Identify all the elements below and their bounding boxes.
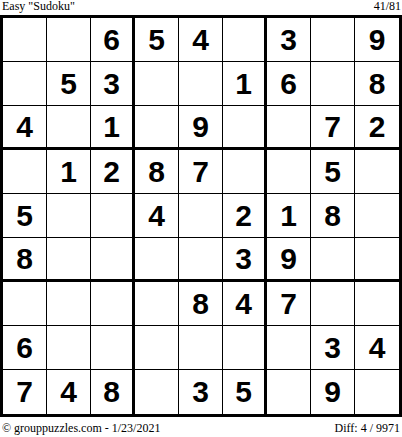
cell-r1c5[interactable]: 4: [179, 18, 223, 62]
cell-r4c2[interactable]: 1: [47, 150, 91, 194]
cell-r6c8[interactable]: [311, 238, 355, 282]
cell-r2c2[interactable]: 5: [47, 62, 91, 106]
cell-r7c5[interactable]: 8: [179, 282, 223, 326]
cell-r2c7[interactable]: 6: [267, 62, 311, 106]
cell-r7c2[interactable]: [47, 282, 91, 326]
page-header: Easy "Sudoku" 41/81: [0, 0, 402, 15]
cell-r1c9[interactable]: 9: [355, 18, 399, 62]
cell-r6c7[interactable]: 9: [267, 238, 311, 282]
puzzle-title: Easy "Sudoku": [2, 0, 75, 14]
cell-r9c5[interactable]: 3: [179, 370, 223, 414]
cell-r4c6[interactable]: [223, 150, 267, 194]
cell-r8c8[interactable]: 3: [311, 326, 355, 370]
sudoku-page: Easy "Sudoku" 41/81 65439531684197212875…: [0, 0, 402, 437]
cell-r4c3[interactable]: 2: [91, 150, 135, 194]
cell-r7c8[interactable]: [311, 282, 355, 326]
difficulty-text: Diff: 4 / 9971: [335, 421, 400, 436]
cell-r8c5[interactable]: [179, 326, 223, 370]
cell-r3c2[interactable]: [47, 106, 91, 150]
cell-r6c4[interactable]: [135, 238, 179, 282]
cell-r4c5[interactable]: 7: [179, 150, 223, 194]
cell-r9c4[interactable]: [135, 370, 179, 414]
cell-r2c8[interactable]: [311, 62, 355, 106]
cell-r1c3[interactable]: 6: [91, 18, 135, 62]
cell-r6c9[interactable]: [355, 238, 399, 282]
cell-r5c4[interactable]: 4: [135, 194, 179, 238]
cell-r7c6[interactable]: 4: [223, 282, 267, 326]
cell-r6c3[interactable]: [91, 238, 135, 282]
cell-r5c1[interactable]: 5: [3, 194, 47, 238]
cell-r5c9[interactable]: [355, 194, 399, 238]
cell-r2c5[interactable]: [179, 62, 223, 106]
cell-r2c4[interactable]: [135, 62, 179, 106]
cell-r5c6[interactable]: 2: [223, 194, 267, 238]
cell-r8c4[interactable]: [135, 326, 179, 370]
cell-r8c6[interactable]: [223, 326, 267, 370]
cell-r1c8[interactable]: [311, 18, 355, 62]
cell-r1c1[interactable]: [3, 18, 47, 62]
copyright-text: © grouppuzzles.com - 1/23/2021: [2, 421, 160, 436]
cell-r9c9[interactable]: [355, 370, 399, 414]
cell-r3c8[interactable]: 7: [311, 106, 355, 150]
cell-r1c2[interactable]: [47, 18, 91, 62]
cell-r9c8[interactable]: 9: [311, 370, 355, 414]
cell-r4c9[interactable]: [355, 150, 399, 194]
cell-r3c3[interactable]: 1: [91, 106, 135, 150]
cell-r2c3[interactable]: 3: [91, 62, 135, 106]
cell-r7c4[interactable]: [135, 282, 179, 326]
cell-r9c2[interactable]: 4: [47, 370, 91, 414]
cell-r8c3[interactable]: [91, 326, 135, 370]
cell-r5c5[interactable]: [179, 194, 223, 238]
cell-r2c6[interactable]: 1: [223, 62, 267, 106]
cell-r8c2[interactable]: [47, 326, 91, 370]
cell-r2c1[interactable]: [3, 62, 47, 106]
cell-r6c6[interactable]: 3: [223, 238, 267, 282]
cell-r5c7[interactable]: 1: [267, 194, 311, 238]
cell-r7c1[interactable]: [3, 282, 47, 326]
cell-r8c9[interactable]: 4: [355, 326, 399, 370]
cell-r1c6[interactable]: [223, 18, 267, 62]
cell-r9c7[interactable]: [267, 370, 311, 414]
puzzle-counter: 41/81: [374, 0, 401, 14]
cell-r7c7[interactable]: 7: [267, 282, 311, 326]
cell-r4c4[interactable]: 8: [135, 150, 179, 194]
cell-r7c3[interactable]: [91, 282, 135, 326]
cell-r3c7[interactable]: [267, 106, 311, 150]
cell-r4c1[interactable]: [3, 150, 47, 194]
cell-r4c7[interactable]: [267, 150, 311, 194]
cell-r3c4[interactable]: [135, 106, 179, 150]
page-footer: © grouppuzzles.com - 1/23/2021 Diff: 4 /…: [0, 417, 402, 437]
cell-r2c9[interactable]: 8: [355, 62, 399, 106]
sudoku-board: 6543953168419721287554218839847634748359: [0, 15, 402, 417]
cell-r5c3[interactable]: [91, 194, 135, 238]
cell-r3c6[interactable]: [223, 106, 267, 150]
cell-r8c7[interactable]: [267, 326, 311, 370]
cell-r1c7[interactable]: 3: [267, 18, 311, 62]
cell-r3c1[interactable]: 4: [3, 106, 47, 150]
cell-r6c2[interactable]: [47, 238, 91, 282]
cell-r9c6[interactable]: 5: [223, 370, 267, 414]
cell-r1c4[interactable]: 5: [135, 18, 179, 62]
cell-r9c3[interactable]: 8: [91, 370, 135, 414]
cell-r5c2[interactable]: [47, 194, 91, 238]
cell-r4c8[interactable]: 5: [311, 150, 355, 194]
cell-r9c1[interactable]: 7: [3, 370, 47, 414]
cell-r6c5[interactable]: [179, 238, 223, 282]
cell-r8c1[interactable]: 6: [3, 326, 47, 370]
cell-r5c8[interactable]: 8: [311, 194, 355, 238]
cell-r3c5[interactable]: 9: [179, 106, 223, 150]
cell-r6c1[interactable]: 8: [3, 238, 47, 282]
cell-r3c9[interactable]: 2: [355, 106, 399, 150]
cell-r7c9[interactable]: [355, 282, 399, 326]
